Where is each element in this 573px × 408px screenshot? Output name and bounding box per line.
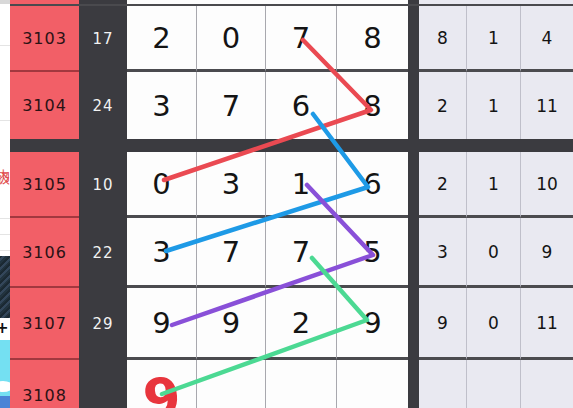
digit-cell	[266, 360, 337, 408]
digit-cell: 9	[127, 288, 197, 360]
section-divider-bar	[408, 152, 419, 218]
lottery-trend-chart-screen: 内级 + 31031720788143104243768211131051003…	[0, 0, 573, 408]
digit-cell: 8	[337, 6, 408, 72]
digit-cell: 1	[266, 152, 337, 218]
strip-rule-line	[0, 250, 10, 251]
digit-cell: 9	[197, 288, 266, 360]
digit-cell: 9	[337, 288, 408, 360]
group-divider-band	[10, 139, 573, 152]
clipped-cyan-graphic	[0, 340, 10, 396]
digit-cell: 3	[197, 152, 266, 218]
stat-cell: 2	[419, 72, 467, 139]
predicted-digit-cell: 9	[127, 360, 197, 408]
issue-cell: 3106	[10, 218, 79, 288]
stat-cell: 1	[467, 6, 521, 72]
digit-cell: 8	[337, 72, 408, 139]
sum-cell: 17	[79, 6, 127, 72]
digit-cell: 6	[266, 72, 337, 139]
clipped-text-fragment: 内级	[0, 158, 10, 166]
section-divider-bar	[408, 360, 419, 408]
predicted-digit: 9	[140, 370, 182, 408]
stat-cell: 1	[467, 72, 521, 139]
background-window-strip: 内级 +	[0, 0, 10, 408]
stat-cell: 11	[521, 288, 573, 360]
issue-cell: 3108	[10, 360, 79, 408]
digit-cell: 6	[337, 152, 408, 218]
section-divider-bar	[408, 218, 419, 288]
section-divider-bar	[408, 6, 419, 72]
issue-cell: 3107	[10, 288, 79, 360]
sum-cell: 10	[79, 152, 127, 218]
digit-cell: 0	[127, 152, 197, 218]
stat-cell	[419, 360, 467, 408]
digit-cell: 7	[197, 218, 266, 288]
issue-cell: 3105	[10, 152, 79, 218]
sum-cell: 24	[79, 72, 127, 139]
clipped-blue-graphic	[0, 396, 10, 408]
strip-rule-line	[0, 120, 10, 121]
digit-cell: 7	[266, 6, 337, 72]
stat-cell: 2	[419, 152, 467, 218]
plus-symbol: +	[0, 318, 10, 340]
digit-cell: 3	[127, 72, 197, 139]
digit-cell	[197, 360, 266, 408]
stat-cell: 1	[467, 152, 521, 218]
stat-cell: 4	[521, 6, 573, 72]
section-divider-bar	[408, 72, 419, 139]
section-divider-bar	[408, 288, 419, 360]
sum-cell: 29	[79, 288, 127, 360]
clipped-photo-fragment	[0, 256, 10, 318]
strip-rule-line	[0, 45, 10, 46]
stat-cell: 0	[467, 288, 521, 360]
stat-cell: 8	[419, 6, 467, 72]
stat-cell: 10	[521, 152, 573, 218]
digit-cell	[337, 360, 408, 408]
digit-cell: 7	[197, 72, 266, 139]
strip-rule-line	[0, 218, 10, 219]
issue-cell: 3104	[10, 72, 79, 139]
sum-cell: 22	[79, 218, 127, 288]
strip-rule-line	[0, 234, 10, 235]
sum-cell	[79, 360, 127, 408]
stat-cell: 9	[419, 288, 467, 360]
digit-cell: 3	[127, 218, 197, 288]
digit-cell: 5	[337, 218, 408, 288]
digit-cell: 7	[266, 218, 337, 288]
stat-cell: 9	[521, 218, 573, 288]
digit-cell: 2	[127, 6, 197, 72]
stat-cell	[467, 360, 521, 408]
stat-cell	[521, 360, 573, 408]
stat-cell: 0	[467, 218, 521, 288]
stat-cell: 11	[521, 72, 573, 139]
stat-cell: 3	[419, 218, 467, 288]
wave-shape	[0, 381, 10, 392]
digit-cell: 2	[266, 288, 337, 360]
digit-cell: 0	[197, 6, 266, 72]
issue-cell: 3103	[10, 6, 79, 72]
trend-grid: 3103172078814310424376821113105100316211…	[10, 4, 573, 408]
strip-gray-block	[0, 0, 10, 4]
